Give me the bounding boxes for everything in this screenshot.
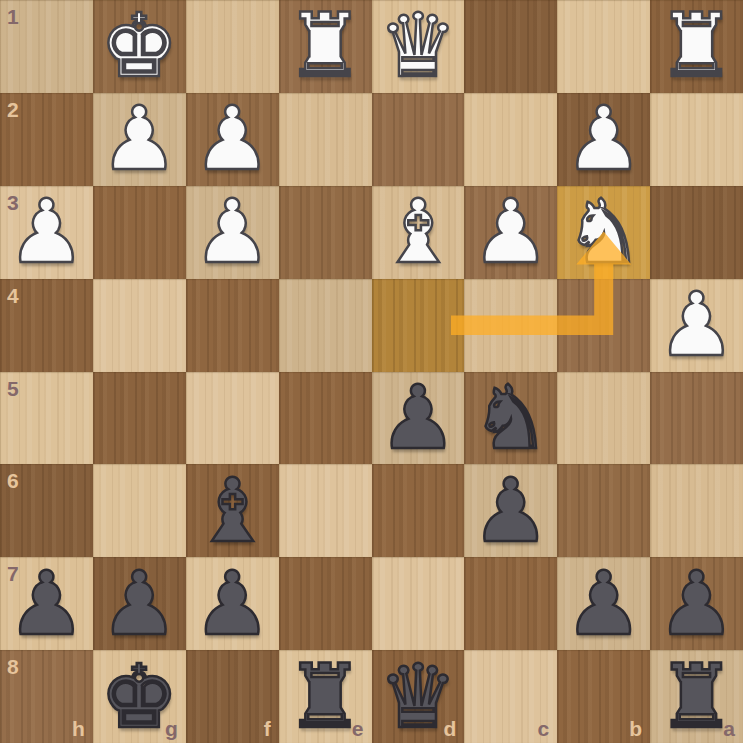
square-g4[interactable]	[93, 279, 186, 372]
square-h8[interactable]: 8h	[0, 650, 93, 743]
file-label-b: b	[629, 718, 642, 739]
white-pawn-f2[interactable]: ♟	[193, 93, 272, 185]
square-c5[interactable]: ♞	[464, 372, 557, 465]
square-b7[interactable]: ♟	[557, 557, 650, 650]
white-pawn-f3[interactable]: ♟	[193, 186, 272, 278]
white-rook-e1[interactable]: ♜	[286, 0, 365, 92]
square-g7[interactable]: ♟	[93, 557, 186, 650]
square-f4[interactable]	[186, 279, 279, 372]
square-h5[interactable]: 5	[0, 372, 93, 465]
square-h2[interactable]: 2	[0, 93, 93, 186]
white-knight-b3[interactable]: ♞	[564, 186, 643, 278]
square-e1[interactable]: ♜	[279, 0, 372, 93]
rank-label-7: 7	[7, 563, 19, 584]
square-c2[interactable]	[464, 93, 557, 186]
square-a5[interactable]	[650, 372, 743, 465]
square-c8[interactable]: c	[464, 650, 557, 743]
white-pawn-b2[interactable]: ♟	[564, 93, 643, 185]
square-f2[interactable]: ♟	[186, 93, 279, 186]
white-queen-d1[interactable]: ♛	[378, 0, 457, 92]
rank-label-1: 1	[7, 6, 19, 27]
square-a6[interactable]	[650, 464, 743, 557]
square-e6[interactable]	[279, 464, 372, 557]
square-d8[interactable]: d♛	[372, 650, 465, 743]
square-g8[interactable]: g♚	[93, 650, 186, 743]
chess-board: 1♚♜♛♜2♟♟♟3♟♟♝♟♞4♟5♟♞6♝♟7♟♟♟♟♟8hg♚fe♜d♛cb…	[0, 0, 743, 743]
square-a7[interactable]: ♟	[650, 557, 743, 650]
square-f5[interactable]	[186, 372, 279, 465]
black-pawn-f7[interactable]: ♟	[193, 558, 272, 650]
square-d1[interactable]: ♛	[372, 0, 465, 93]
square-d2[interactable]	[372, 93, 465, 186]
square-b3-highlighted[interactable]: ♞	[557, 186, 650, 279]
square-d3[interactable]: ♝	[372, 186, 465, 279]
square-h7[interactable]: 7♟	[0, 557, 93, 650]
square-g3[interactable]	[93, 186, 186, 279]
square-h1[interactable]: 1	[0, 0, 93, 93]
square-f7[interactable]: ♟	[186, 557, 279, 650]
square-d6[interactable]	[372, 464, 465, 557]
black-pawn-h7[interactable]: ♟	[7, 558, 86, 650]
square-e4[interactable]	[279, 279, 372, 372]
black-knight-c5[interactable]: ♞	[471, 372, 550, 464]
rank-label-3: 3	[7, 192, 19, 213]
black-pawn-c6[interactable]: ♟	[471, 465, 550, 557]
rank-label-4: 4	[7, 285, 19, 306]
square-f8[interactable]: f	[186, 650, 279, 743]
square-d4-highlighted[interactable]	[372, 279, 465, 372]
rank-label-6: 6	[7, 470, 19, 491]
black-bishop-f6[interactable]: ♝	[193, 465, 272, 557]
square-g5[interactable]	[93, 372, 186, 465]
square-a3[interactable]	[650, 186, 743, 279]
rank-label-5: 5	[7, 378, 19, 399]
square-f6[interactable]: ♝	[186, 464, 279, 557]
black-pawn-d5[interactable]: ♟	[378, 372, 457, 464]
square-f3[interactable]: ♟	[186, 186, 279, 279]
file-label-f: f	[264, 718, 271, 739]
square-h3[interactable]: 3♟	[0, 186, 93, 279]
file-label-c: c	[538, 718, 550, 739]
square-a1[interactable]: ♜	[650, 0, 743, 93]
square-d7[interactable]	[372, 557, 465, 650]
file-label-a: a	[723, 718, 735, 739]
black-pawn-b7[interactable]: ♟	[564, 558, 643, 650]
square-e2[interactable]	[279, 93, 372, 186]
square-h6[interactable]: 6	[0, 464, 93, 557]
square-b1[interactable]	[557, 0, 650, 93]
square-d5[interactable]: ♟	[372, 372, 465, 465]
square-b2[interactable]: ♟	[557, 93, 650, 186]
square-h4[interactable]: 4	[0, 279, 93, 372]
white-bishop-d3[interactable]: ♝	[378, 186, 457, 278]
square-e7[interactable]	[279, 557, 372, 650]
white-pawn-a4[interactable]: ♟	[657, 279, 736, 371]
square-b5[interactable]	[557, 372, 650, 465]
white-pawn-h3[interactable]: ♟	[7, 186, 86, 278]
square-f1[interactable]	[186, 0, 279, 93]
square-c4[interactable]	[464, 279, 557, 372]
square-g6[interactable]	[93, 464, 186, 557]
square-b8[interactable]: b	[557, 650, 650, 743]
file-label-h: h	[72, 718, 85, 739]
square-g2[interactable]: ♟	[93, 93, 186, 186]
rank-label-2: 2	[7, 99, 19, 120]
black-pawn-g7[interactable]: ♟	[100, 558, 179, 650]
square-a4[interactable]: ♟	[650, 279, 743, 372]
square-b6[interactable]	[557, 464, 650, 557]
square-g1[interactable]: ♚	[93, 0, 186, 93]
file-label-e: e	[352, 718, 364, 739]
square-c6[interactable]: ♟	[464, 464, 557, 557]
white-king-g1[interactable]: ♚	[100, 0, 179, 92]
white-rook-a1[interactable]: ♜	[657, 0, 736, 92]
square-e8[interactable]: e♜	[279, 650, 372, 743]
square-e5[interactable]	[279, 372, 372, 465]
square-a8[interactable]: a♜	[650, 650, 743, 743]
square-e3[interactable]	[279, 186, 372, 279]
square-a2[interactable]	[650, 93, 743, 186]
file-label-g: g	[165, 718, 178, 739]
square-b4[interactable]	[557, 279, 650, 372]
white-pawn-g2[interactable]: ♟	[100, 93, 179, 185]
square-c7[interactable]	[464, 557, 557, 650]
white-pawn-c3[interactable]: ♟	[471, 186, 550, 278]
file-label-d: d	[444, 718, 457, 739]
square-c1[interactable]	[464, 0, 557, 93]
black-pawn-a7[interactable]: ♟	[657, 558, 736, 650]
rank-label-8: 8	[7, 656, 19, 677]
square-c3[interactable]: ♟	[464, 186, 557, 279]
